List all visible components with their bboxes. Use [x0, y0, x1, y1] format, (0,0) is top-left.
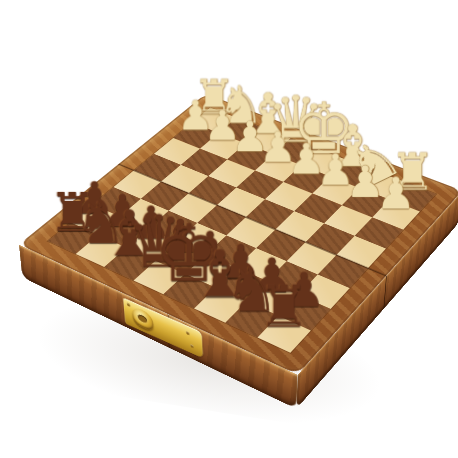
square-h8[interactable]: ♜: [258, 316, 311, 353]
chess-set-photo: ♜♞♝♛♚♝♞♜♟♟♟♟♟♟♟♟♟♟♟♟♟♟♟♟♜♞♝♛♚♝♞♜: [0, 0, 458, 458]
piece-dark-rook[interactable]: ♜: [239, 277, 327, 334]
piece-white-pawn[interactable]: ♟: [355, 171, 435, 215]
right-fold-seam: [383, 275, 387, 309]
